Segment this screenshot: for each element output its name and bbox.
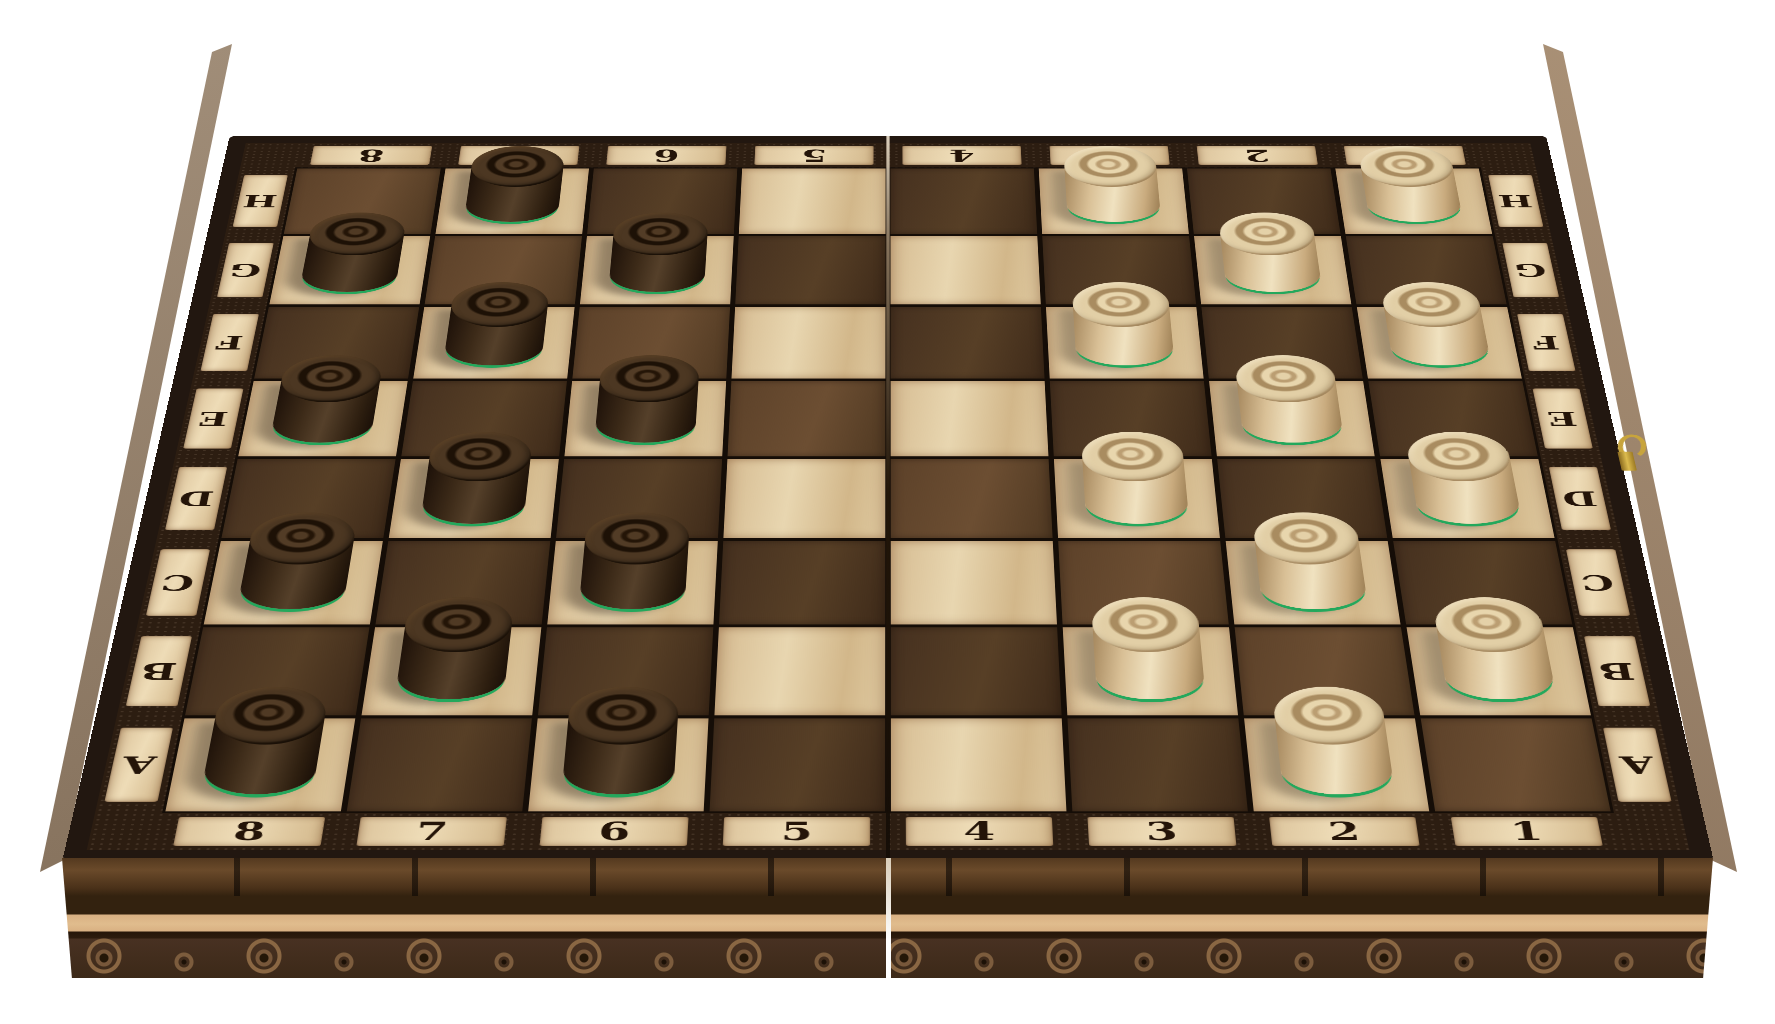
coordinate-letter-chip: F: [200, 314, 258, 371]
square-6H[interactable]: [584, 167, 739, 234]
coordinate-number: 3: [1144, 819, 1178, 844]
square-5G[interactable]: [732, 235, 887, 306]
coordinate-letter-chip: B: [1584, 636, 1650, 706]
coordinate-letter: F: [214, 333, 245, 351]
square-7E[interactable]: [398, 380, 569, 458]
square-5A[interactable]: [706, 717, 887, 813]
coordinate-letter: C: [1579, 572, 1616, 593]
top-label-cell: 3: [1034, 143, 1183, 167]
square-4B[interactable]: [888, 626, 1065, 717]
bottom-label-cell: 5: [704, 813, 887, 850]
square-2A[interactable]: [1241, 717, 1432, 813]
coordinate-letter: H: [1496, 193, 1533, 209]
bottom-label-cell: 2: [1250, 813, 1437, 850]
square-8G[interactable]: [266, 235, 432, 306]
square-8F[interactable]: [251, 306, 422, 380]
coordinate-letter-chip: A: [1603, 728, 1672, 802]
square-2B[interactable]: [1231, 626, 1417, 717]
top-label-cell: 7: [443, 143, 594, 167]
coordinate-number-chip: 8: [173, 817, 325, 846]
coordinate-number-chip: 4: [902, 146, 1021, 165]
coordinate-letter-chip: B: [125, 636, 191, 706]
square-1B[interactable]: [1403, 626, 1594, 717]
square-3D[interactable]: [1051, 458, 1223, 540]
square-3F[interactable]: [1043, 306, 1206, 380]
square-8A[interactable]: [162, 717, 358, 813]
square-4A[interactable]: [888, 717, 1069, 813]
coordinate-letter: D: [177, 488, 215, 508]
square-3G[interactable]: [1039, 235, 1198, 306]
coordinate-number-chip: 7: [356, 817, 507, 846]
square-6C[interactable]: [544, 540, 720, 626]
coordinate-number: 7: [505, 147, 533, 163]
square-4G[interactable]: [888, 235, 1043, 306]
coordinate-number: 5: [801, 147, 827, 163]
square-8H[interactable]: [281, 167, 443, 234]
coordinate-letter: A: [119, 753, 157, 776]
square-1F[interactable]: [1354, 306, 1525, 380]
fold-hinge-seam: [886, 136, 890, 862]
coordinate-number-chip: 1: [1343, 146, 1465, 165]
bottom-label-cell: 7: [337, 813, 524, 850]
square-6F[interactable]: [569, 306, 732, 380]
coordinate-letter: C: [159, 572, 196, 593]
square-4H[interactable]: [888, 167, 1040, 234]
square-8B[interactable]: [181, 626, 372, 717]
coordinate-number: 5: [780, 819, 812, 844]
coordinate-letter-chip: C: [1565, 549, 1629, 616]
coordinate-number-chip: 6: [606, 146, 726, 165]
square-2E[interactable]: [1206, 380, 1377, 458]
square-5D[interactable]: [720, 458, 887, 540]
square-7B[interactable]: [358, 626, 544, 717]
coordinate-letter: A: [1617, 753, 1655, 776]
coordinate-number-chip: 8: [310, 146, 432, 165]
square-5E[interactable]: [724, 380, 887, 458]
square-6G[interactable]: [577, 235, 736, 306]
square-7F[interactable]: [410, 306, 577, 380]
square-7C[interactable]: [372, 540, 553, 626]
border-corner: [1475, 143, 1535, 167]
coordinate-number: 8: [231, 819, 267, 844]
square-4D[interactable]: [888, 458, 1055, 540]
square-2H[interactable]: [1184, 167, 1343, 234]
square-5B[interactable]: [711, 626, 888, 717]
border-corner: [86, 813, 161, 850]
square-3H[interactable]: [1036, 167, 1191, 234]
coordinate-letter-chip: H: [232, 175, 287, 227]
coordinate-number: 6: [653, 147, 680, 163]
coordinate-number: 6: [597, 819, 631, 844]
coordinate-number-chip: 3: [1087, 817, 1236, 846]
front-face-center-gap: [886, 858, 891, 978]
square-7A[interactable]: [343, 717, 534, 813]
square-6A[interactable]: [525, 717, 711, 813]
coordinate-letter-chip: H: [1488, 175, 1543, 227]
coordinate-number-chip: 1: [1450, 817, 1602, 846]
coordinate-number-chip: 5: [754, 146, 873, 165]
coordinate-number-chip: 4: [905, 817, 1052, 846]
square-8D[interactable]: [218, 458, 398, 540]
square-4C[interactable]: [888, 540, 1060, 626]
square-1E[interactable]: [1365, 380, 1540, 458]
coordinate-number: 4: [948, 147, 974, 163]
square-3C[interactable]: [1055, 540, 1231, 626]
square-1H[interactable]: [1332, 167, 1494, 234]
coordinate-letter-chip: C: [145, 549, 209, 616]
square-6B[interactable]: [534, 626, 715, 717]
square-5H[interactable]: [736, 167, 888, 234]
coordinate-number: 2: [1326, 819, 1361, 844]
bottom-label-cell: 4: [888, 813, 1071, 850]
square-6E[interactable]: [561, 380, 728, 458]
coordinate-number: 4: [963, 819, 995, 844]
coordinate-letter-chip: E: [183, 388, 243, 448]
square-1D[interactable]: [1377, 458, 1557, 540]
top-label-cell: 8: [295, 143, 447, 167]
square-7G[interactable]: [421, 235, 584, 306]
square-2C[interactable]: [1222, 540, 1403, 626]
square-5F[interactable]: [728, 306, 887, 380]
square-4E[interactable]: [888, 380, 1051, 458]
coordinate-letter: F: [1530, 333, 1561, 351]
coordinate-number-chip: 6: [539, 817, 688, 846]
coordinate-number-chip: 7: [458, 146, 579, 165]
square-3E[interactable]: [1047, 380, 1214, 458]
coordinate-number: 1: [1508, 819, 1544, 844]
top-label-cell: 4: [888, 143, 1036, 167]
square-1A[interactable]: [1417, 717, 1613, 813]
top-label-cell: 2: [1181, 143, 1332, 167]
bottom-label-cell: 8: [154, 813, 343, 850]
bottom-label-cell: 1: [1432, 813, 1621, 850]
brass-clasp-icon: [1611, 434, 1650, 470]
coordinate-number: 8: [356, 147, 385, 163]
coordinate-letter-chip: D: [165, 467, 227, 530]
coordinate-letter-chip: F: [1517, 314, 1575, 371]
square-3B[interactable]: [1059, 626, 1240, 717]
coordinate-letter: H: [241, 193, 278, 209]
top-label-cell: 1: [1328, 143, 1480, 167]
square-3A[interactable]: [1064, 717, 1250, 813]
coordinate-number: 1: [1390, 147, 1419, 163]
square-7D[interactable]: [385, 458, 561, 540]
coordinate-number: 7: [414, 819, 449, 844]
coordinate-number-chip: 2: [1196, 146, 1317, 165]
coordinate-letter-chip: D: [1548, 467, 1610, 530]
coordinate-number: 2: [1243, 147, 1271, 163]
coordinate-letter: B: [139, 660, 179, 682]
square-1C[interactable]: [1390, 540, 1575, 626]
border-corner: [1613, 813, 1688, 850]
square-6D[interactable]: [553, 458, 725, 540]
square-2F[interactable]: [1198, 306, 1365, 380]
coordinate-letter: B: [1596, 660, 1636, 682]
coordinate-number: 3: [1095, 147, 1122, 163]
square-4F[interactable]: [888, 306, 1047, 380]
checkers-board: 87654321HHGGFFEEDDCCBBAA87654321: [62, 136, 1714, 862]
coordinate-number-chip: 5: [722, 817, 869, 846]
square-2D[interactable]: [1214, 458, 1390, 540]
coordinate-letter: E: [1545, 409, 1578, 428]
coordinate-letter-chip: E: [1532, 388, 1592, 448]
square-5C[interactable]: [716, 540, 888, 626]
square-8C[interactable]: [200, 540, 385, 626]
square-1G[interactable]: [1343, 235, 1509, 306]
coordinate-letter-chip: G: [1502, 243, 1559, 298]
bottom-label-cell: 3: [1069, 813, 1254, 850]
coordinate-letter: G: [1512, 261, 1547, 278]
board-front-face: [62, 858, 1713, 978]
coordinate-letter-chip: G: [216, 243, 273, 298]
border-corner: [240, 143, 300, 167]
square-2G[interactable]: [1191, 235, 1354, 306]
coordinate-number-chip: 3: [1049, 146, 1169, 165]
top-label-cell: 5: [739, 143, 887, 167]
square-8E[interactable]: [235, 380, 410, 458]
coordinate-letter: D: [1560, 488, 1598, 508]
coordinate-letter: E: [196, 409, 229, 428]
coordinate-letter-chip: A: [104, 728, 173, 802]
top-label-cell: 6: [591, 143, 740, 167]
square-7H[interactable]: [432, 167, 591, 234]
coordinate-letter: G: [228, 261, 263, 278]
photo-stage: 87654321HHGGFFEEDDCCBBAA87654321: [0, 0, 1775, 1024]
coordinate-number-chip: 2: [1269, 817, 1420, 846]
bottom-label-cell: 6: [521, 813, 706, 850]
